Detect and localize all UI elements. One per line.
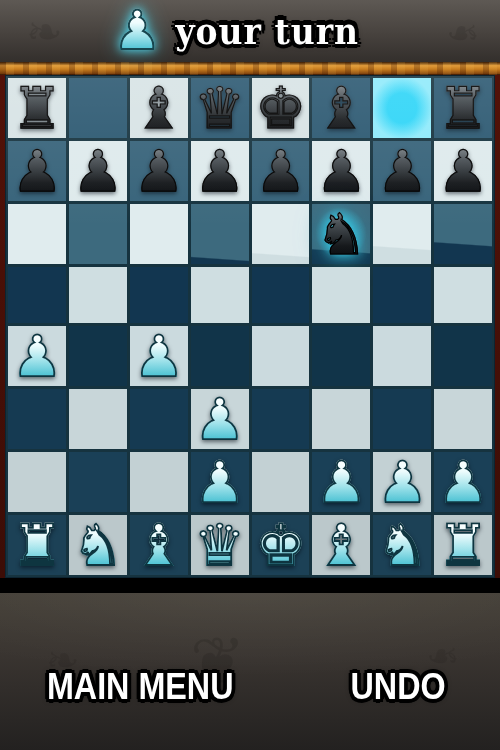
piece-black-pawn-a7[interactable]: ♟ <box>8 141 66 201</box>
square-e3[interactable] <box>252 389 310 449</box>
square-a6[interactable] <box>8 204 66 264</box>
square-c2[interactable] <box>130 452 188 512</box>
square-b5[interactable] <box>69 267 127 323</box>
square-g7[interactable]: ♟ <box>373 141 431 201</box>
piece-black-pawn-d7[interactable]: ♟ <box>191 141 249 201</box>
turn-text: your turn <box>175 11 359 52</box>
square-d3[interactable]: ♟ <box>191 389 249 449</box>
piece-white-bishop-f1[interactable]: ♝ <box>312 515 370 575</box>
piece-black-knight-f6[interactable]: ♞ <box>312 204 370 264</box>
piece-white-pawn-c4[interactable]: ♟ <box>130 326 188 386</box>
chess-app: ❧ ❧ ♟ your turn ♜♝♛♚♝♜♟♟♟♟♟♟♟♟♞♟♟♟♟♟♟♟♜♞… <box>0 0 500 750</box>
turn-indicator-bar: ❧ ❧ ♟ your turn <box>0 0 500 62</box>
piece-white-pawn-g2[interactable]: ♟ <box>373 452 431 512</box>
piece-black-pawn-g7[interactable]: ♟ <box>373 141 431 201</box>
square-f7[interactable]: ♟ <box>312 141 370 201</box>
square-b2[interactable] <box>69 452 127 512</box>
square-a3[interactable] <box>8 389 66 449</box>
square-f8[interactable]: ♝ <box>312 78 370 138</box>
square-h4[interactable] <box>434 326 492 386</box>
square-f2[interactable]: ♟ <box>312 452 370 512</box>
square-g3[interactable] <box>373 389 431 449</box>
piece-white-rook-h1[interactable]: ♜ <box>434 515 492 575</box>
square-c3[interactable] <box>130 389 188 449</box>
square-h2[interactable]: ♟ <box>434 452 492 512</box>
piece-black-bishop-c8[interactable]: ♝ <box>130 78 188 138</box>
square-d2[interactable]: ♟ <box>191 452 249 512</box>
square-g5[interactable] <box>373 267 431 323</box>
square-h8[interactable]: ♜ <box>434 78 492 138</box>
piece-black-bishop-f8[interactable]: ♝ <box>312 78 370 138</box>
piece-black-pawn-f7[interactable]: ♟ <box>312 141 370 201</box>
square-a1[interactable]: ♜ <box>8 515 66 575</box>
piece-white-rook-a1[interactable]: ♜ <box>8 515 66 575</box>
square-g1[interactable]: ♞ <box>373 515 431 575</box>
square-b3[interactable] <box>69 389 127 449</box>
piece-black-pawn-c7[interactable]: ♟ <box>130 141 188 201</box>
piece-black-pawn-b7[interactable]: ♟ <box>69 141 127 201</box>
ornament-pattern: ❧ <box>446 10 480 56</box>
square-c1[interactable]: ♝ <box>130 515 188 575</box>
footer-bar: ❦ ❧ ❧ MAIN MENU UNDO <box>0 593 500 750</box>
square-h7[interactable]: ♟ <box>434 141 492 201</box>
piece-white-pawn-d2[interactable]: ♟ <box>191 452 249 512</box>
piece-white-king-e1[interactable]: ♚ <box>252 515 310 575</box>
piece-black-queen-d8[interactable]: ♛ <box>191 78 249 138</box>
piece-white-queen-d1[interactable]: ♛ <box>191 515 249 575</box>
board-frame-right <box>495 75 500 578</box>
square-g8[interactable] <box>373 78 431 138</box>
square-e4[interactable] <box>252 326 310 386</box>
piece-white-knight-b1[interactable]: ♞ <box>69 515 127 575</box>
square-c8[interactable]: ♝ <box>130 78 188 138</box>
square-a4[interactable]: ♟ <box>8 326 66 386</box>
undo-button[interactable]: UNDO <box>350 665 445 707</box>
board-frame-top <box>0 62 500 75</box>
turn-indicator: ♟ your turn <box>113 4 359 58</box>
square-f5[interactable] <box>312 267 370 323</box>
square-b1[interactable]: ♞ <box>69 515 127 575</box>
piece-black-rook-a8[interactable]: ♜ <box>8 78 66 138</box>
board-frame-bottom <box>0 578 500 593</box>
square-b7[interactable]: ♟ <box>69 141 127 201</box>
square-c6[interactable] <box>130 204 188 264</box>
square-e1[interactable]: ♚ <box>252 515 310 575</box>
piece-black-pawn-h7[interactable]: ♟ <box>434 141 492 201</box>
square-f1[interactable]: ♝ <box>312 515 370 575</box>
square-e5[interactable] <box>252 267 310 323</box>
square-g2[interactable]: ♟ <box>373 452 431 512</box>
square-c4[interactable]: ♟ <box>130 326 188 386</box>
piece-white-pawn-f2[interactable]: ♟ <box>312 452 370 512</box>
square-a5[interactable] <box>8 267 66 323</box>
square-h6[interactable] <box>434 204 492 264</box>
piece-white-pawn-a4[interactable]: ♟ <box>8 326 66 386</box>
square-d8[interactable]: ♛ <box>191 78 249 138</box>
square-a8[interactable]: ♜ <box>8 78 66 138</box>
square-g4[interactable] <box>373 326 431 386</box>
square-e6[interactable] <box>252 204 310 264</box>
square-b8[interactable] <box>69 78 127 138</box>
square-e2[interactable] <box>252 452 310 512</box>
ornament-pattern: ❧ <box>26 6 63 57</box>
square-d1[interactable]: ♛ <box>191 515 249 575</box>
square-e7[interactable]: ♟ <box>252 141 310 201</box>
square-f3[interactable] <box>312 389 370 449</box>
square-h5[interactable] <box>434 267 492 323</box>
piece-black-rook-h8[interactable]: ♜ <box>434 78 492 138</box>
white-pawn-icon: ♟ <box>113 4 161 58</box>
piece-white-pawn-h2[interactable]: ♟ <box>434 452 492 512</box>
square-f4[interactable] <box>312 326 370 386</box>
square-f6[interactable]: ♞ <box>312 204 370 264</box>
square-d5[interactable] <box>191 267 249 323</box>
square-e8[interactable]: ♚ <box>252 78 310 138</box>
square-b6[interactable] <box>69 204 127 264</box>
square-c7[interactable]: ♟ <box>130 141 188 201</box>
square-h3[interactable] <box>434 389 492 449</box>
square-h1[interactable]: ♜ <box>434 515 492 575</box>
square-a7[interactable]: ♟ <box>8 141 66 201</box>
piece-white-pawn-d3[interactable]: ♟ <box>191 389 249 449</box>
square-b4[interactable] <box>69 326 127 386</box>
piece-white-knight-g1[interactable]: ♞ <box>373 515 431 575</box>
square-d6[interactable] <box>191 204 249 264</box>
piece-white-bishop-c1[interactable]: ♝ <box>130 515 188 575</box>
main-menu-button[interactable]: MAIN MENU <box>47 665 234 707</box>
piece-black-king-e8[interactable]: ♚ <box>252 78 310 138</box>
chess-board: ♜♝♛♚♝♜♟♟♟♟♟♟♟♟♞♟♟♟♟♟♟♟♜♞♝♛♚♝♞♜ <box>5 75 495 578</box>
square-g6[interactable] <box>373 204 431 264</box>
square-c5[interactable] <box>130 267 188 323</box>
square-d4[interactable] <box>191 326 249 386</box>
square-d7[interactable]: ♟ <box>191 141 249 201</box>
piece-black-pawn-e7[interactable]: ♟ <box>252 141 310 201</box>
square-a2[interactable] <box>8 452 66 512</box>
